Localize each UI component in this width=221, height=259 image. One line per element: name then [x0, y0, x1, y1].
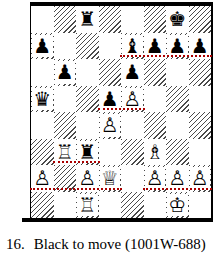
square-a8 [31, 6, 54, 33]
square-g8: ♚ [166, 6, 189, 33]
square-d5: ♟ [99, 86, 122, 113]
square-g6 [166, 59, 189, 86]
piece-black-pawn: ♟ [55, 61, 76, 84]
square-e1 [121, 192, 144, 219]
piece-white-pawn: ♙ [145, 167, 166, 190]
square-b2 [54, 165, 77, 192]
square-f1 [144, 192, 167, 219]
chess-board: ♜♚♟♝♟♟♟♟♟♛♟♙♙♖♜♗♙♙♕♙♙♙♖♔ [30, 6, 213, 218]
square-b6: ♟ [54, 59, 77, 86]
piece-black-king: ♚ [167, 8, 188, 31]
square-h7: ♟ [189, 33, 212, 60]
square-e3 [121, 139, 144, 166]
piece-black-pawn: ♟ [145, 35, 166, 58]
piece-white-rook: ♖ [77, 194, 98, 217]
square-f5 [144, 86, 167, 113]
board-bottom-border [22, 218, 213, 222]
square-b4 [54, 112, 77, 139]
square-c6 [76, 59, 99, 86]
square-b1 [54, 192, 77, 219]
square-c5 [76, 86, 99, 113]
square-g5 [166, 86, 189, 113]
square-h2: ♙ [189, 165, 212, 192]
piece-black-pawn: ♟ [190, 35, 211, 58]
square-a7: ♟ [31, 33, 54, 60]
square-g7: ♟ [166, 33, 189, 60]
square-g2: ♙ [166, 165, 189, 192]
piece-black-rook: ♜ [77, 141, 98, 164]
square-d1 [99, 192, 122, 219]
square-h4 [189, 112, 212, 139]
square-d7 [99, 33, 122, 60]
piece-white-queen: ♕ [100, 167, 121, 190]
square-f8 [144, 6, 167, 33]
square-h5 [189, 86, 212, 113]
square-e7: ♝ [121, 33, 144, 60]
square-d3 [99, 139, 122, 166]
square-c1: ♖ [76, 192, 99, 219]
piece-black-pawn: ♟ [32, 35, 53, 58]
square-h3 [189, 139, 212, 166]
piece-white-bishop: ♗ [145, 141, 166, 164]
square-c4 [76, 112, 99, 139]
square-f2: ♙ [144, 165, 167, 192]
square-h8 [189, 6, 212, 33]
caption: 16.Black to move (1001W-688) [6, 236, 206, 253]
square-b7 [54, 33, 77, 60]
square-e5: ♙ [121, 86, 144, 113]
piece-white-king: ♔ [167, 194, 188, 217]
piece-black-pawn: ♟ [100, 88, 121, 111]
piece-white-pawn: ♙ [100, 114, 121, 137]
piece-black-rook: ♜ [77, 8, 98, 31]
piece-black-pawn: ♟ [167, 35, 188, 58]
caption-number: 16. [6, 236, 25, 252]
square-a6 [31, 59, 54, 86]
square-g3 [166, 139, 189, 166]
piece-white-pawn: ♙ [77, 167, 98, 190]
piece-white-rook: ♖ [55, 141, 76, 164]
caption-text: Black to move (1001W-688) [34, 236, 206, 252]
square-f6 [144, 59, 167, 86]
square-h6 [189, 59, 212, 86]
square-c3: ♜ [76, 139, 99, 166]
square-c7 [76, 33, 99, 60]
square-b3: ♖ [54, 139, 77, 166]
square-e4 [121, 112, 144, 139]
square-e8 [121, 6, 144, 33]
piece-white-pawn: ♙ [167, 167, 188, 190]
piece-white-pawn: ♙ [32, 167, 53, 190]
square-h1 [189, 192, 212, 219]
piece-black-bishop: ♝ [122, 35, 143, 58]
square-a5: ♛ [31, 86, 54, 113]
square-a3 [31, 139, 54, 166]
square-b8 [54, 6, 77, 33]
square-a2: ♙ [31, 165, 54, 192]
square-e2 [121, 165, 144, 192]
square-d2: ♕ [99, 165, 122, 192]
square-a4 [31, 112, 54, 139]
square-f3: ♗ [144, 139, 167, 166]
piece-black-queen: ♛ [32, 88, 53, 111]
square-g4 [166, 112, 189, 139]
square-b5 [54, 86, 77, 113]
square-f4 [144, 112, 167, 139]
square-c2: ♙ [76, 165, 99, 192]
square-e6: ♟ [121, 59, 144, 86]
square-f7: ♟ [144, 33, 167, 60]
square-d8 [99, 6, 122, 33]
square-g1: ♔ [166, 192, 189, 219]
square-d4: ♙ [99, 112, 122, 139]
chess-diagram-page: ♜♚♟♝♟♟♟♟♟♛♟♙♙♖♜♗♙♙♕♙♙♙♖♔ 16.Black to mov… [0, 0, 221, 259]
piece-white-pawn: ♙ [190, 167, 211, 190]
square-c8: ♜ [76, 6, 99, 33]
piece-black-pawn: ♟ [122, 61, 143, 84]
piece-white-pawn: ♙ [122, 88, 143, 111]
square-a1 [31, 192, 54, 219]
square-d6 [99, 59, 122, 86]
